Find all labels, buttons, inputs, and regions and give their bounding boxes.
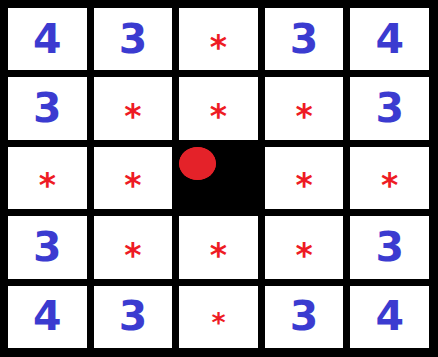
grid-cell-r5c1[interactable]: 4	[8, 286, 87, 348]
grid-cell-r4c5[interactable]: 3	[350, 216, 429, 278]
grid-cell-r1c4[interactable]: 3	[265, 8, 344, 70]
grid-cell-r5c5[interactable]: 4	[350, 286, 429, 348]
grid-cell-r5c3[interactable]: *	[179, 286, 258, 348]
asterisk-mark: *	[295, 169, 312, 202]
grid-cell-r2c2[interactable]: *	[94, 77, 173, 139]
asterisk-mark: *	[210, 100, 227, 133]
asterisk-mark: *	[124, 100, 141, 133]
asterisk-mark: *	[210, 31, 227, 64]
grid-cell-r3c5[interactable]: *	[350, 147, 429, 209]
grid-cell-r1c1[interactable]: 4	[8, 8, 87, 70]
grid-cell-r1c5[interactable]: 4	[350, 8, 429, 70]
puzzle-grid: 43*343***3****3***343*34	[0, 0, 438, 357]
grid-cell-r3c3[interactable]	[179, 147, 216, 180]
grid-cell-r3c1[interactable]: *	[8, 147, 87, 209]
asterisk-mark: *	[381, 169, 398, 202]
grid-cell-r3c4[interactable]: *	[265, 147, 344, 209]
grid-cell-r2c3[interactable]: *	[179, 77, 258, 139]
grid-cell-r1c2[interactable]: 3	[94, 8, 173, 70]
grid-cell-r4c3[interactable]: *	[179, 216, 258, 278]
grid-cell-r3c2[interactable]: *	[94, 147, 173, 209]
grid-cell-r5c2[interactable]: 3	[94, 286, 173, 348]
grid-cell-r5c4[interactable]: 3	[265, 286, 344, 348]
asterisk-mark: *	[211, 310, 225, 337]
grid-cell-r4c2[interactable]: *	[94, 216, 173, 278]
grid-cell-r2c5[interactable]: 3	[350, 77, 429, 139]
grid-cell-r2c1[interactable]: 3	[8, 77, 87, 139]
asterisk-mark: *	[295, 100, 312, 133]
asterisk-mark: *	[124, 169, 141, 202]
asterisk-mark: *	[39, 169, 56, 202]
grid-cell-r4c4[interactable]: *	[265, 216, 344, 278]
mine-dot	[179, 147, 216, 180]
grid-cell-r4c1[interactable]: 3	[8, 216, 87, 278]
asterisk-mark: *	[210, 239, 227, 272]
grid-cell-r2c4[interactable]: *	[265, 77, 344, 139]
asterisk-mark: *	[124, 239, 141, 272]
grid-cell-r1c3[interactable]: *	[179, 8, 258, 70]
asterisk-mark: *	[295, 239, 312, 272]
